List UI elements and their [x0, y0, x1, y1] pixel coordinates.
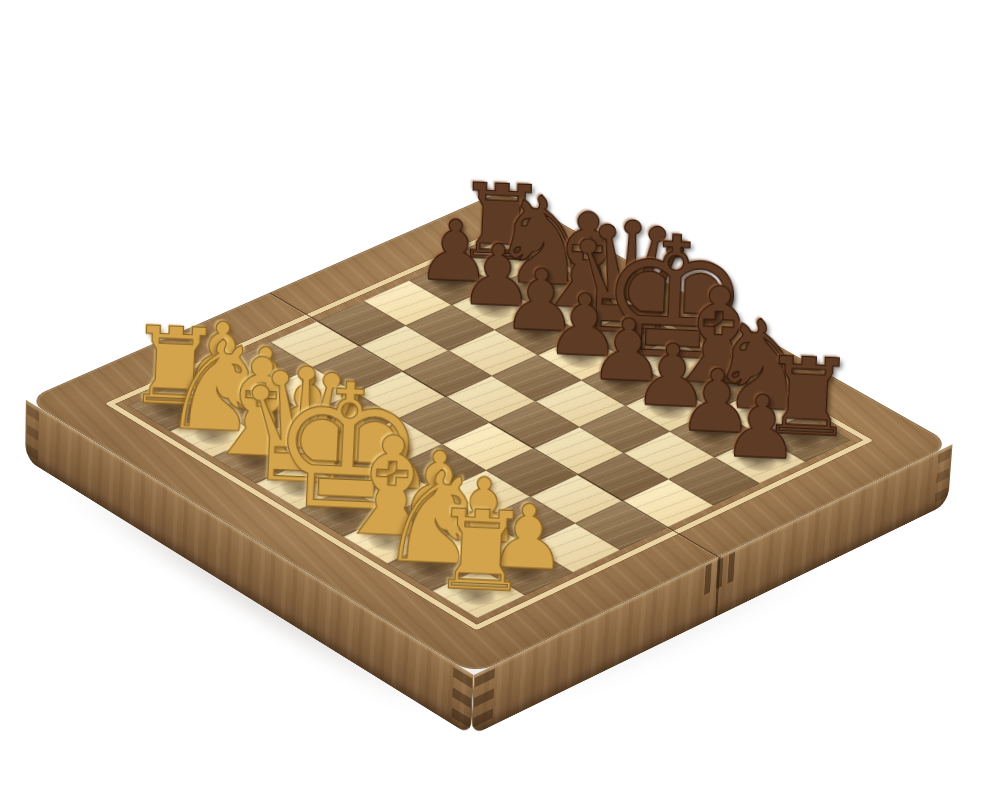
chess-board: ♜♞♝♛♚♝♞♜♟♟♟♟♟♟♟♟♟♟♟♟♟♟♟♟♜♞♝♛♚♝♞♜: [26, 190, 953, 675]
camera-roll-wrapper: ♜♞♝♛♚♝♞♜♟♟♟♟♟♟♟♟♟♟♟♟♟♟♟♟♜♞♝♛♚♝♞♜: [0, 0, 1000, 800]
perspective-scene: ♜♞♝♛♚♝♞♜♟♟♟♟♟♟♟♟♟♟♟♟♟♟♟♟♜♞♝♛♚♝♞♜: [0, 0, 1000, 800]
product-photo-stage: ♜♞♝♛♚♝♞♜♟♟♟♟♟♟♟♟♟♟♟♟♟♟♟♟♜♞♝♛♚♝♞♜: [0, 0, 1000, 800]
